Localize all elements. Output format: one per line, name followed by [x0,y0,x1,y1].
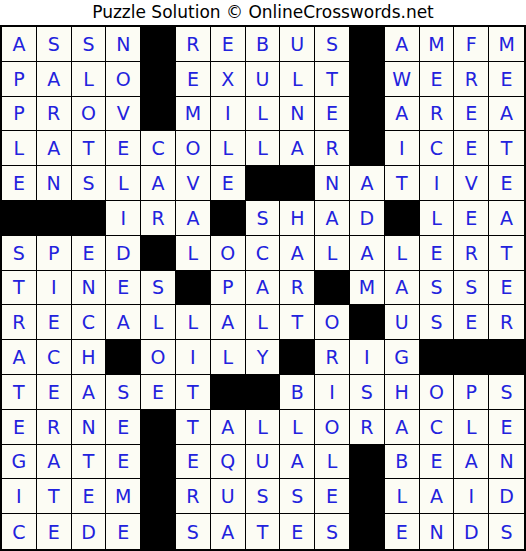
letter-cell-r8c5: S [141,271,176,306]
letter-cell-r10c8: Y [246,340,281,375]
letter-cell-r11c1: T [2,375,37,410]
letter-cell-r3c4: V [106,97,141,132]
letter-cell-r4c6: O [176,131,211,166]
letter-cell-r5c5: A [141,166,176,201]
letter-cell-r14c10: E [315,479,350,514]
letter-cell-r10c11: I [350,340,385,375]
letter-cell-r7c4: D [106,236,141,271]
letter-cell-r5c12: T [385,166,420,201]
letter-cell-r7c15: T [489,236,524,271]
letter-cell-r15c9: E [280,514,315,549]
letter-cell-r9c15: R [489,305,524,340]
letter-cell-r11c11: S [350,375,385,410]
letter-cell-r1c9: U [280,27,315,62]
letter-cell-r4c14: E [454,131,489,166]
letter-cell-r11c9: B [280,375,315,410]
letter-cell-r1c2: S [37,27,72,62]
letter-cell-r15c3: D [72,514,107,549]
letter-cell-r15c2: E [37,514,72,549]
letter-cell-r8c9: R [280,271,315,306]
letter-cell-r14c1: I [2,479,37,514]
letter-cell-r3c10: E [315,97,350,132]
letter-cell-r12c6: T [176,410,211,445]
black-square-r13c5 [141,445,176,480]
letter-cell-r9c4: A [106,305,141,340]
black-square-r2c11 [350,62,385,97]
letter-cell-r2c2: A [37,62,72,97]
letter-cell-r1c1: A [2,27,37,62]
letter-cell-r2c3: L [72,62,107,97]
letter-cell-r9c3: C [72,305,107,340]
black-square-r6c2 [37,201,72,236]
letter-cell-r3c7: I [211,97,246,132]
letter-cell-r9c5: L [141,305,176,340]
letter-cell-r10c2: C [37,340,72,375]
black-square-r10c4 [106,340,141,375]
letter-cell-r13c12: B [385,445,420,480]
letter-cell-r10c1: A [2,340,37,375]
letter-cell-r11c15: S [489,375,524,410]
letter-cell-r12c10: O [315,410,350,445]
letter-cell-r8c15: E [489,271,524,306]
letter-cell-r2c6: E [176,62,211,97]
letter-cell-r2c8: U [246,62,281,97]
black-square-r15c5 [141,514,176,549]
black-square-r11c8 [246,375,281,410]
letter-cell-r8c2: I [37,271,72,306]
letter-cell-r14c6: R [176,479,211,514]
letter-cell-r4c3: T [72,131,107,166]
letter-cell-r3c15: A [489,97,524,132]
letter-cell-r14c9: S [280,479,315,514]
letter-cell-r4c1: L [2,131,37,166]
letter-cell-r10c5: O [141,340,176,375]
letter-cell-r4c2: A [37,131,72,166]
letter-cell-r11c10: I [315,375,350,410]
letter-cell-r15c8: T [246,514,281,549]
letter-cell-r14c12: L [385,479,420,514]
letter-cell-r1c7: E [211,27,246,62]
letter-cell-r13c8: U [246,445,281,480]
letter-cell-r8c1: T [2,271,37,306]
letter-cell-r11c2: E [37,375,72,410]
letter-cell-r1c4: N [106,27,141,62]
letter-cell-r15c10: S [315,514,350,549]
letter-cell-r4c12: I [385,131,420,166]
letter-cell-r9c7: A [211,305,246,340]
letter-cell-r3c9: N [280,97,315,132]
letter-cell-r10c12: G [385,340,420,375]
puzzle-solution-page: Puzzle Solution © OnlineCrosswords.net A… [0,0,526,551]
letter-cell-r1c12: A [385,27,420,62]
letter-cell-r8c7: P [211,271,246,306]
letter-cell-r15c4: E [106,514,141,549]
letter-cell-r3c14: E [454,97,489,132]
black-square-r14c11 [350,479,385,514]
letter-cell-r9c1: R [2,305,37,340]
letter-cell-r13c7: Q [211,445,246,480]
letter-cell-r2c14: R [454,62,489,97]
black-square-r13c11 [350,445,385,480]
black-square-r11c7 [211,375,246,410]
letter-cell-r12c12: A [385,410,420,445]
crossword-grid: ASSNREBUSAMFMPALOEXULTWEREPROVMILNEAREAL… [0,25,526,551]
black-square-r5c9 [280,166,315,201]
letter-cell-r1c8: B [246,27,281,62]
letter-cell-r12c15: E [489,410,524,445]
letter-cell-r15c13: N [420,514,455,549]
letter-cell-r9c9: T [280,305,315,340]
letter-cell-r4c15: T [489,131,524,166]
letter-cell-r12c1: E [2,410,37,445]
letter-cell-r8c11: M [350,271,385,306]
letter-cell-r5c13: I [420,166,455,201]
letter-cell-r12c3: N [72,410,107,445]
letter-cell-r11c14: P [454,375,489,410]
letter-cell-r11c5: E [141,375,176,410]
black-square-r6c7 [211,201,246,236]
letter-cell-r9c2: E [37,305,72,340]
letter-cell-r4c5: C [141,131,176,166]
letter-cell-r12c14: L [454,410,489,445]
letter-cell-r4c9: A [280,131,315,166]
letter-cell-r14c13: A [420,479,455,514]
letter-cell-r13c3: T [72,445,107,480]
letter-cell-r7c11: A [350,236,385,271]
letter-cell-r5c2: N [37,166,72,201]
letter-cell-r12c13: C [420,410,455,445]
letter-cell-r8c13: S [420,271,455,306]
letter-cell-r11c6: T [176,375,211,410]
letter-cell-r15c12: E [385,514,420,549]
letter-cell-r8c3: N [72,271,107,306]
letter-cell-r14c14: I [454,479,489,514]
page-title: Puzzle Solution © OnlineCrosswords.net [0,0,526,25]
letter-cell-r11c4: S [106,375,141,410]
letter-cell-r4c8: L [246,131,281,166]
letter-cell-r12c11: R [350,410,385,445]
letter-cell-r15c14: D [454,514,489,549]
letter-cell-r14c15: D [489,479,524,514]
letter-cell-r13c2: A [37,445,72,480]
letter-cell-r6c13: L [420,201,455,236]
letter-cell-r2c15: E [489,62,524,97]
letter-cell-r3c8: L [246,97,281,132]
letter-cell-r13c10: L [315,445,350,480]
black-square-r10c15 [489,340,524,375]
letter-cell-r6c8: S [246,201,281,236]
letter-cell-r9c14: E [454,305,489,340]
letter-cell-r3c13: R [420,97,455,132]
letter-cell-r14c4: M [106,479,141,514]
letter-cell-r14c8: S [246,479,281,514]
letter-cell-r3c1: P [2,97,37,132]
letter-cell-r9c13: S [420,305,455,340]
letter-cell-r1c6: R [176,27,211,62]
letter-cell-r5c14: V [454,166,489,201]
letter-cell-r12c4: E [106,410,141,445]
black-square-r10c13 [420,340,455,375]
black-square-r2c5 [141,62,176,97]
letter-cell-r12c9: L [280,410,315,445]
black-square-r6c1 [2,201,37,236]
letter-cell-r2c13: E [420,62,455,97]
letter-cell-r15c6: S [176,514,211,549]
black-square-r8c6 [176,271,211,306]
letter-cell-r11c13: O [420,375,455,410]
letter-cell-r7c6: L [176,236,211,271]
letter-cell-r6c6: A [176,201,211,236]
letter-cell-r1c10: S [315,27,350,62]
letter-cell-r4c4: E [106,131,141,166]
letter-cell-r9c12: U [385,305,420,340]
black-square-r5c8 [246,166,281,201]
letter-cell-r3c6: M [176,97,211,132]
letter-cell-r5c1: E [2,166,37,201]
letter-cell-r7c9: A [280,236,315,271]
black-square-r1c5 [141,27,176,62]
letter-cell-r12c2: R [37,410,72,445]
letter-cell-r7c14: R [454,236,489,271]
letter-cell-r13c9: A [280,445,315,480]
letter-cell-r3c2: R [37,97,72,132]
letter-cell-r5c7: E [211,166,246,201]
letter-cell-r6c4: I [106,201,141,236]
letter-cell-r2c10: T [315,62,350,97]
letter-cell-r2c9: L [280,62,315,97]
letter-cell-r10c3: H [72,340,107,375]
letter-cell-r7c8: C [246,236,281,271]
letter-cell-r1c3: S [72,27,107,62]
letter-cell-r3c3: O [72,97,107,132]
black-square-r15c11 [350,514,385,549]
letter-cell-r7c10: L [315,236,350,271]
letter-cell-r2c1: P [2,62,37,97]
letter-cell-r13c14: A [454,445,489,480]
letter-cell-r4c13: C [420,131,455,166]
letter-cell-r5c11: A [350,166,385,201]
letter-cell-r2c12: W [385,62,420,97]
letter-cell-r7c12: L [385,236,420,271]
letter-cell-r5c3: S [72,166,107,201]
black-square-r10c9 [280,340,315,375]
letter-cell-r11c3: A [72,375,107,410]
letter-cell-r15c1: C [2,514,37,549]
letter-cell-r5c10: N [315,166,350,201]
black-square-r10c14 [454,340,489,375]
letter-cell-r13c13: E [420,445,455,480]
black-square-r3c5 [141,97,176,132]
letter-cell-r2c7: X [211,62,246,97]
black-square-r3c11 [350,97,385,132]
letter-cell-r14c2: T [37,479,72,514]
letter-cell-r11c12: H [385,375,420,410]
letter-cell-r12c7: A [211,410,246,445]
letter-cell-r6c5: R [141,201,176,236]
letter-cell-r4c10: R [315,131,350,166]
letter-cell-r2c4: O [106,62,141,97]
black-square-r4c11 [350,131,385,166]
letter-cell-r10c7: L [211,340,246,375]
letter-cell-r1c14: F [454,27,489,62]
black-square-r14c5 [141,479,176,514]
letter-cell-r7c13: E [420,236,455,271]
letter-cell-r9c10: O [315,305,350,340]
letter-cell-r13c4: E [106,445,141,480]
letter-cell-r1c13: M [420,27,455,62]
letter-cell-r9c8: L [246,305,281,340]
letter-cell-r13c6: E [176,445,211,480]
black-square-r7c5 [141,236,176,271]
letter-cell-r6c9: H [280,201,315,236]
letter-cell-r8c14: S [454,271,489,306]
letter-cell-r8c4: E [106,271,141,306]
letter-cell-r13c1: G [2,445,37,480]
black-square-r1c11 [350,27,385,62]
letter-cell-r12c8: L [246,410,281,445]
black-square-r8c10 [315,271,350,306]
letter-cell-r13c15: N [489,445,524,480]
letter-cell-r7c3: E [72,236,107,271]
letter-cell-r6c10: A [315,201,350,236]
black-square-r12c5 [141,410,176,445]
letter-cell-r14c3: E [72,479,107,514]
letter-cell-r10c6: I [176,340,211,375]
letter-cell-r7c2: P [37,236,72,271]
black-square-r9c11 [350,305,385,340]
letter-cell-r4c7: L [211,131,246,166]
letter-cell-r6c15: A [489,201,524,236]
letter-cell-r1c15: M [489,27,524,62]
letter-cell-r8c12: A [385,271,420,306]
black-square-r6c12 [385,201,420,236]
letter-cell-r5c6: V [176,166,211,201]
letter-cell-r14c7: U [211,479,246,514]
letter-cell-r6c14: E [454,201,489,236]
letter-cell-r7c7: O [211,236,246,271]
letter-cell-r6c11: D [350,201,385,236]
letter-cell-r10c10: R [315,340,350,375]
black-square-r6c3 [72,201,107,236]
letter-cell-r5c15: E [489,166,524,201]
letter-cell-r8c8: A [246,271,281,306]
letter-cell-r9c6: L [176,305,211,340]
letter-cell-r15c7: A [211,514,246,549]
letter-cell-r15c15: S [489,514,524,549]
letter-cell-r5c4: L [106,166,141,201]
letter-cell-r3c12: A [385,97,420,132]
letter-cell-r7c1: S [2,236,37,271]
